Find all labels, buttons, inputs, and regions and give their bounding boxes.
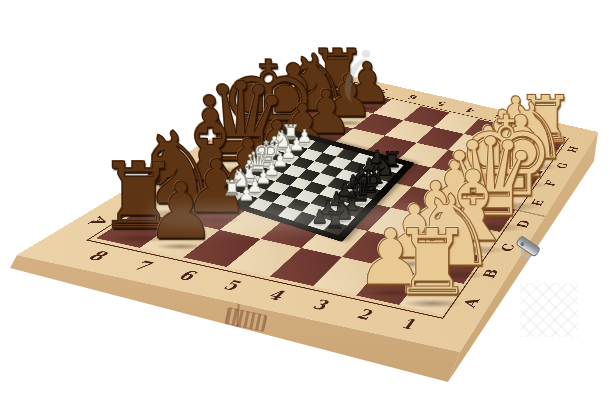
watermark-lattice [520, 283, 578, 337]
white-pawn[interactable]: ♟ [235, 185, 257, 203]
white-rook[interactable]: ♜ [378, 217, 487, 308]
ink-stamp [225, 307, 268, 332]
black-rook[interactable]: ♜ [322, 209, 349, 231]
black-pawn[interactable]: ♟ [134, 172, 228, 250]
chess-photo-stage: ABCDEFGH8877665544332211ABCDEFGH ♜♞♝♛♚♝♞… [0, 0, 610, 405]
